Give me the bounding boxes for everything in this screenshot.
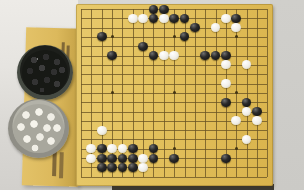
white-stone[interactable] bbox=[242, 60, 252, 69]
grid-line bbox=[267, 9, 268, 177]
grid-line bbox=[257, 9, 258, 177]
white-stone[interactable] bbox=[159, 14, 169, 23]
white-stone[interactable] bbox=[231, 23, 241, 32]
black-stone[interactable] bbox=[169, 154, 179, 163]
grid-line bbox=[81, 130, 267, 131]
black-stone[interactable] bbox=[107, 154, 117, 163]
star-point bbox=[111, 91, 114, 94]
black-stone[interactable] bbox=[97, 154, 107, 163]
black-stone[interactable] bbox=[211, 51, 221, 60]
grid-line bbox=[216, 9, 217, 177]
black-stone[interactable] bbox=[252, 107, 262, 116]
white-stone[interactable] bbox=[221, 14, 231, 23]
grid-line bbox=[205, 9, 206, 177]
white-stone[interactable] bbox=[159, 51, 169, 60]
black-stone[interactable] bbox=[200, 51, 210, 60]
black-stone[interactable] bbox=[128, 163, 138, 172]
star-point bbox=[173, 35, 176, 38]
black-stone[interactable] bbox=[97, 163, 107, 172]
star-point bbox=[235, 91, 238, 94]
black-stone-bowl[interactable] bbox=[17, 45, 73, 100]
white-stone[interactable] bbox=[231, 116, 241, 125]
go-board[interactable] bbox=[76, 4, 273, 186]
grid-line bbox=[195, 9, 196, 177]
white-bowl-stones bbox=[13, 104, 64, 153]
black-stone[interactable] bbox=[149, 14, 159, 23]
grid-line bbox=[247, 9, 248, 177]
white-stone[interactable] bbox=[242, 135, 252, 144]
black-stone[interactable] bbox=[242, 98, 252, 107]
table-surface-right bbox=[270, 0, 304, 190]
black-stone[interactable] bbox=[190, 23, 200, 32]
white-stone[interactable] bbox=[107, 144, 117, 153]
white-stone[interactable] bbox=[128, 14, 138, 23]
grid-line bbox=[81, 102, 267, 103]
star-point bbox=[173, 91, 176, 94]
grid-line bbox=[81, 112, 267, 113]
black-bowl-stones bbox=[22, 50, 68, 95]
black-stone[interactable] bbox=[169, 14, 179, 23]
white-stone[interactable] bbox=[97, 126, 107, 135]
white-stone[interactable] bbox=[138, 163, 148, 172]
black-stone[interactable] bbox=[180, 32, 190, 41]
white-stone[interactable] bbox=[138, 154, 148, 163]
star-point bbox=[235, 147, 238, 150]
black-stone[interactable] bbox=[149, 51, 159, 60]
black-stone[interactable] bbox=[107, 163, 117, 172]
white-stone[interactable] bbox=[211, 23, 221, 32]
black-stone[interactable] bbox=[138, 42, 148, 51]
white-stone[interactable] bbox=[86, 144, 96, 153]
black-stone[interactable] bbox=[128, 144, 138, 153]
black-stone[interactable] bbox=[180, 14, 190, 23]
black-stone[interactable] bbox=[118, 163, 128, 172]
grid-line bbox=[81, 139, 267, 140]
black-stone[interactable] bbox=[221, 98, 231, 107]
star-point bbox=[173, 147, 176, 150]
white-stone[interactable] bbox=[138, 14, 148, 23]
black-stone[interactable] bbox=[221, 51, 231, 60]
white-stone[interactable] bbox=[221, 79, 231, 88]
white-stone[interactable] bbox=[252, 116, 262, 125]
white-stone[interactable] bbox=[86, 154, 96, 163]
grid-line bbox=[81, 177, 267, 178]
black-stone[interactable] bbox=[159, 5, 169, 14]
photo-scene bbox=[0, 0, 304, 190]
board-grid bbox=[76, 4, 273, 186]
black-stone[interactable] bbox=[97, 144, 107, 153]
black-stone[interactable] bbox=[231, 14, 241, 23]
black-stone[interactable] bbox=[149, 5, 159, 14]
white-stone-bowl[interactable] bbox=[8, 99, 69, 158]
black-stone[interactable] bbox=[97, 32, 107, 41]
white-stone[interactable] bbox=[221, 60, 231, 69]
black-stone[interactable] bbox=[118, 154, 128, 163]
star-point bbox=[111, 35, 114, 38]
white-stone[interactable] bbox=[169, 51, 179, 60]
white-stone[interactable] bbox=[242, 107, 252, 116]
grid-line bbox=[226, 9, 227, 177]
black-stone[interactable] bbox=[221, 154, 231, 163]
black-stone[interactable] bbox=[149, 144, 159, 153]
black-stone[interactable] bbox=[107, 51, 117, 60]
black-stone[interactable] bbox=[128, 154, 138, 163]
star-point bbox=[235, 35, 238, 38]
black-stone[interactable] bbox=[149, 154, 159, 163]
white-stone[interactable] bbox=[118, 144, 128, 153]
